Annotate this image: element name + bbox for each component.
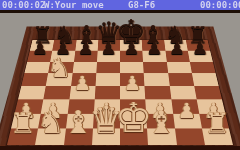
piece-black-pawn-e7[interactable]: ♟ (123, 39, 139, 57)
piece-white-pawn-c4[interactable]: ♟ (74, 74, 91, 94)
status-bar: 00:00:02 W:Your move G8-F6 00:00:00 (0, 0, 240, 10)
piece-white-pawn-g2[interactable]: ♟ (177, 101, 196, 122)
piece-white-rook-h1[interactable]: ♜ (204, 110, 229, 138)
piece-black-pawn-h7[interactable]: ♟ (192, 39, 208, 57)
chess-app-window: 00:00:02 W:Your move G8-F6 00:00:00 ♜♞♝♛… (0, 0, 240, 150)
turn-indicator: W:Your move (44, 0, 104, 10)
piece-black-pawn-a7[interactable]: ♟ (32, 39, 48, 57)
piece-white-bishop-f1[interactable]: ♝ (147, 107, 175, 138)
black-clock: 00:00:00 (200, 0, 240, 10)
piece-black-pawn-f7[interactable]: ♟ (146, 39, 162, 57)
pieces-layer: ♜♞♝♛♚♝♞♜♟♟♟♟♟♟♟♟♞♟♟♟♟♟♟♟♟♜♞♝♛♚♝♜ (0, 0, 240, 150)
piece-white-pawn-e4[interactable]: ♟ (124, 74, 141, 94)
piece-white-bishop-c1[interactable]: ♝ (64, 107, 92, 138)
board-scene: ♜♞♝♛♚♝♞♜♟♟♟♟♟♟♟♟♞♟♟♟♟♟♟♟♟♜♞♝♛♚♝♜ (0, 0, 240, 150)
statusbar-shadow (0, 10, 240, 13)
piece-black-pawn-g7[interactable]: ♟ (169, 39, 185, 57)
piece-white-knight-b5[interactable]: ♞ (47, 54, 71, 81)
piece-white-rook-a1[interactable]: ♜ (10, 110, 35, 138)
white-clock: 00:00:02 (2, 0, 45, 10)
piece-white-knight-b1[interactable]: ♞ (37, 108, 64, 138)
piece-black-pawn-c7[interactable]: ♟ (78, 39, 94, 57)
last-move-display: G8-F6 (128, 0, 155, 10)
piece-black-pawn-d7[interactable]: ♟ (101, 39, 117, 57)
